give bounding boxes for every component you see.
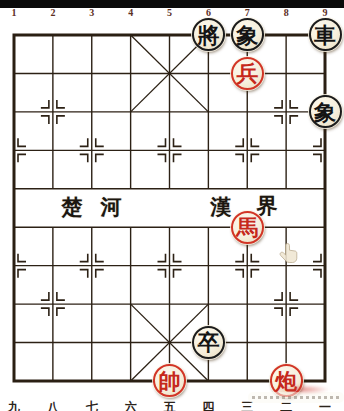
file-label-bottom-4: 六 [125,399,137,411]
hand-cursor-icon [279,242,299,268]
file-label-bottom-2: 八 [47,399,59,411]
file-label-bottom-1: 九 [8,399,20,411]
watermark-text-smudge [252,396,340,399]
piece-black-elephant[interactable]: 象 [231,18,264,51]
pieces-layer: 將象車兵象馬卒帥炮 [0,16,344,400]
xiangqi-app: 123456789 九八七六五四三二一 楚 河 漢 界 將象車兵象馬卒帥炮 [0,0,344,411]
piece-red-horse[interactable]: 馬 [231,211,264,244]
file-label-bottom-5: 五 [164,399,176,411]
piece-black-soldier[interactable]: 卒 [192,326,225,359]
piece-black-chariot[interactable]: 車 [309,18,342,51]
file-label-bottom-6: 四 [202,399,214,411]
piece-black-general[interactable]: 將 [192,18,225,51]
piece-red-soldier[interactable]: 兵 [231,57,264,90]
watermark-red-smudge [276,385,330,394]
file-label-bottom-3: 七 [86,399,98,411]
piece-black-elephant[interactable]: 象 [309,95,342,128]
piece-red-general[interactable]: 帥 [153,364,186,397]
